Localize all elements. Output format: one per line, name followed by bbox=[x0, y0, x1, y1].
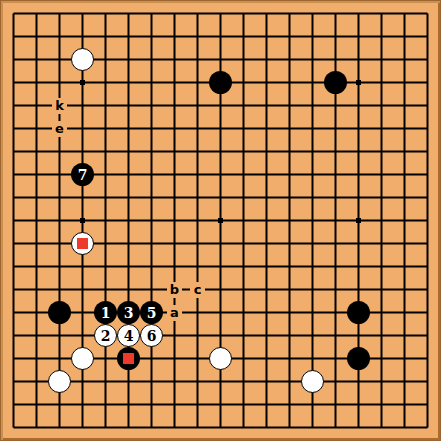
board-grid: 7135246kebca bbox=[2, 2, 439, 439]
white-stone-move-2: 2 bbox=[94, 324, 117, 347]
white-stone bbox=[71, 48, 94, 71]
point-label-b: b bbox=[163, 278, 186, 301]
white-stone bbox=[301, 370, 324, 393]
square-marker-icon bbox=[77, 238, 88, 249]
point-label-text: b bbox=[167, 282, 182, 298]
white-stone-move-6: 6 bbox=[140, 324, 163, 347]
white-stone-move-4: 4 bbox=[117, 324, 140, 347]
black-stone-marked bbox=[117, 347, 140, 370]
point-label-c: c bbox=[186, 278, 209, 301]
black-stone-move-5: 5 bbox=[140, 301, 163, 324]
go-board: 7135246kebca bbox=[0, 0, 441, 441]
white-stone bbox=[209, 347, 232, 370]
square-marker-icon bbox=[123, 353, 134, 364]
black-stone bbox=[48, 301, 71, 324]
black-stone bbox=[324, 71, 347, 94]
black-stone-move-7: 7 bbox=[71, 163, 94, 186]
black-stone-move-1: 1 bbox=[94, 301, 117, 324]
black-stone bbox=[347, 347, 370, 370]
point-label-text: a bbox=[167, 305, 182, 321]
white-stone bbox=[48, 370, 71, 393]
white-stone bbox=[71, 347, 94, 370]
point-label-a: a bbox=[163, 301, 186, 324]
point-label-text: e bbox=[52, 121, 67, 137]
point-label-e: e bbox=[48, 117, 71, 140]
point-label-text: c bbox=[190, 282, 205, 298]
point-label-k: k bbox=[48, 94, 71, 117]
point-label-text: k bbox=[52, 98, 67, 114]
black-stone bbox=[209, 71, 232, 94]
black-stone-move-3: 3 bbox=[117, 301, 140, 324]
black-stone bbox=[347, 301, 370, 324]
white-stone-marked bbox=[71, 232, 94, 255]
